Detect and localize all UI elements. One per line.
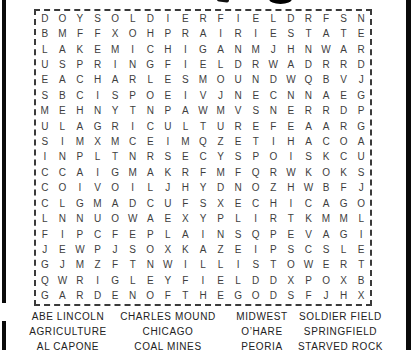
grid-cell-7-9[interactable]: A [177,104,195,119]
grid-cell-12-8[interactable]: J [159,181,177,196]
grid-cell-5-12[interactable]: U [229,73,247,88]
grid-cell-9-14[interactable]: I [265,134,283,149]
grid-cell-18-10[interactable]: I [194,273,212,288]
grid-cell-12-4[interactable]: V [89,181,107,196]
grid-cell-10-2[interactable]: N [54,150,72,165]
grid-cell-8-11[interactable]: U [212,119,230,134]
grid-cell-7-4[interactable]: N [89,104,107,119]
grid-cell-19-9[interactable]: T [177,289,195,304]
grid-cell-19-17[interactable]: J [317,289,335,304]
grid-cell-12-15[interactable]: H [282,181,300,196]
grid-cell-16-3[interactable]: W [71,242,89,257]
grid-cell-8-5[interactable]: R [106,119,124,134]
grid-cell-15-3[interactable]: P [71,227,89,242]
grid-cell-2-11[interactable]: I [212,26,230,41]
grid-cell-15-1[interactable]: F [36,227,54,242]
grid-cell-15-12[interactable]: S [229,227,247,242]
grid-cell-15-6[interactable]: E [124,227,142,242]
grid-cell-6-19[interactable]: G [352,88,370,103]
grid-cell-12-12[interactable]: N [229,181,247,196]
grid-cell-6-4[interactable]: I [89,88,107,103]
grid-cell-4-3[interactable]: P [71,57,89,72]
grid-cell-13-13[interactable]: C [247,196,265,211]
grid-cell-3-3[interactable]: K [71,42,89,57]
grid-cell-2-13[interactable]: I [247,26,265,41]
grid-cell-1-12[interactable]: I [229,11,247,26]
grid-cell-6-17[interactable]: A [317,88,335,103]
grid-cell-11-5[interactable]: G [106,165,124,180]
grid-cell-2-7[interactable]: H [141,26,159,41]
grid-cell-1-16[interactable]: R [300,11,318,26]
grid-cell-6-14[interactable]: C [265,88,283,103]
grid-cell-3-8[interactable]: H [159,42,177,57]
grid-cell-5-14[interactable]: D [265,73,283,88]
grid-cell-7-11[interactable]: M [212,104,230,119]
grid-cell-19-10[interactable]: H [194,289,212,304]
grid-cell-5-6[interactable]: R [124,73,142,88]
grid-cell-11-4[interactable]: I [89,165,107,180]
grid-cell-3-6[interactable]: I [124,42,142,57]
grid-cell-7-18[interactable]: D [335,104,353,119]
grid-cell-10-18[interactable]: C [335,150,353,165]
grid-cell-8-10[interactable]: T [194,119,212,134]
grid-cell-9-16[interactable]: A [300,134,318,149]
grid-cell-3-18[interactable]: A [335,42,353,57]
grid-cell-9-4[interactable]: X [89,134,107,149]
grid-cell-1-11[interactable]: F [212,11,230,26]
grid-cell-4-17[interactable]: R [317,57,335,72]
grid-cell-18-18[interactable]: X [335,273,353,288]
grid-cell-10-17[interactable]: K [317,150,335,165]
grid-cell-16-2[interactable]: E [54,242,72,257]
grid-cell-1-10[interactable]: R [194,11,212,26]
grid-cell-3-5[interactable]: M [106,42,124,57]
grid-cell-5-18[interactable]: V [335,73,353,88]
grid-cell-13-12[interactable]: E [229,196,247,211]
grid-cell-14-13[interactable]: I [247,211,265,226]
grid-cell-17-11[interactable]: L [212,258,230,273]
grid-cell-17-1[interactable]: G [36,258,54,273]
grid-cell-1-4[interactable]: S [89,11,107,26]
grid-cell-12-6[interactable]: I [124,181,142,196]
grid-cell-7-12[interactable]: V [229,104,247,119]
grid-cell-11-10[interactable]: F [194,165,212,180]
grid-cell-14-14[interactable]: R [265,211,283,226]
grid-cell-11-12[interactable]: F [229,165,247,180]
grid-cell-2-17[interactable]: A [317,26,335,41]
grid-cell-3-9[interactable]: I [177,42,195,57]
grid-cell-15-9[interactable]: A [177,227,195,242]
grid-cell-17-6[interactable]: T [124,258,142,273]
grid-cell-12-5[interactable]: O [106,181,124,196]
grid-cell-8-3[interactable]: A [71,119,89,134]
grid-cell-8-4[interactable]: G [89,119,107,134]
grid-cell-1-18[interactable]: S [335,11,353,26]
grid-cell-14-16[interactable]: K [300,211,318,226]
grid-cell-15-4[interactable]: C [89,227,107,242]
grid-cell-18-17[interactable]: O [317,273,335,288]
grid-cell-10-11[interactable]: Y [212,150,230,165]
grid-cell-4-11[interactable]: L [212,57,230,72]
grid-cell-13-4[interactable]: M [89,196,107,211]
grid-cell-18-7[interactable]: E [141,273,159,288]
grid-cell-6-10[interactable]: V [194,88,212,103]
grid-cell-13-18[interactable]: G [335,196,353,211]
grid-cell-2-14[interactable]: E [265,26,283,41]
grid-cell-16-8[interactable]: X [159,242,177,257]
grid-cell-4-1[interactable]: U [36,57,54,72]
grid-cell-6-5[interactable]: S [106,88,124,103]
grid-cell-9-10[interactable]: Q [194,134,212,149]
grid-cell-5-15[interactable]: W [282,73,300,88]
grid-cell-19-18[interactable]: H [335,289,353,304]
grid-cell-2-5[interactable]: X [106,26,124,41]
grid-cell-14-9[interactable]: X [177,211,195,226]
grid-cell-5-8[interactable]: E [159,73,177,88]
grid-cell-8-16[interactable]: A [300,119,318,134]
grid-cell-8-2[interactable]: L [54,119,72,134]
grid-cell-19-6[interactable]: N [124,289,142,304]
grid-cell-11-1[interactable]: C [36,165,54,180]
grid-cell-12-2[interactable]: O [54,181,72,196]
grid-cell-15-2[interactable]: I [54,227,72,242]
grid-cell-12-16[interactable]: W [300,181,318,196]
grid-cell-2-1[interactable]: B [36,26,54,41]
grid-cell-15-7[interactable]: P [141,227,159,242]
grid-cell-3-14[interactable]: J [265,42,283,57]
grid-cell-16-19[interactable]: E [352,242,370,257]
grid-cell-16-16[interactable]: C [300,242,318,257]
grid-cell-17-13[interactable]: S [247,258,265,273]
grid-cell-10-8[interactable]: S [159,150,177,165]
grid-cell-8-6[interactable]: I [124,119,142,134]
grid-cell-13-10[interactable]: S [194,196,212,211]
grid-cell-9-11[interactable]: Z [212,134,230,149]
grid-cell-8-17[interactable]: A [317,119,335,134]
grid-cell-7-7[interactable]: N [141,104,159,119]
grid-cell-17-12[interactable]: I [229,258,247,273]
grid-cell-3-7[interactable]: C [141,42,159,57]
grid-cell-8-1[interactable]: U [36,119,54,134]
grid-cell-8-9[interactable]: L [177,119,195,134]
grid-cell-11-14[interactable]: R [265,165,283,180]
grid-cell-4-5[interactable]: I [106,57,124,72]
grid-cell-7-3[interactable]: H [71,104,89,119]
grid-cell-1-14[interactable]: L [265,11,283,26]
grid-cell-11-19[interactable]: S [352,165,370,180]
grid-cell-4-9[interactable]: I [177,57,195,72]
grid-cell-14-11[interactable]: P [212,211,230,226]
grid-cell-16-13[interactable]: I [247,242,265,257]
grid-cell-19-16[interactable]: F [300,289,318,304]
grid-cell-5-17[interactable]: B [317,73,335,88]
grid-cell-15-15[interactable]: E [282,227,300,242]
grid-cell-16-17[interactable]: S [317,242,335,257]
grid-cell-14-15[interactable]: T [282,211,300,226]
grid-cell-3-19[interactable]: R [352,42,370,57]
grid-cell-9-9[interactable]: M [177,134,195,149]
grid-cell-6-9[interactable]: I [177,88,195,103]
grid-cell-10-14[interactable]: O [265,150,283,165]
grid-cell-19-5[interactable]: E [106,289,124,304]
grid-cell-7-13[interactable]: S [247,104,265,119]
grid-cell-18-6[interactable]: L [124,273,142,288]
grid-cell-2-16[interactable]: T [300,26,318,41]
grid-cell-12-9[interactable]: H [177,181,195,196]
grid-cell-14-2[interactable]: N [54,211,72,226]
grid-cell-11-6[interactable]: M [124,165,142,180]
grid-cell-3-13[interactable]: M [247,42,265,57]
grid-cell-16-7[interactable]: O [141,242,159,257]
grid-cell-8-19[interactable]: G [352,119,370,134]
grid-cell-8-12[interactable]: R [229,119,247,134]
grid-cell-12-11[interactable]: D [212,181,230,196]
grid-cell-4-8[interactable]: F [159,57,177,72]
grid-cell-14-8[interactable]: E [159,211,177,226]
grid-cell-11-9[interactable]: R [177,165,195,180]
grid-cell-4-2[interactable]: S [54,57,72,72]
grid-cell-5-7[interactable]: L [141,73,159,88]
grid-cell-19-14[interactable]: D [265,289,283,304]
grid-cell-7-17[interactable]: R [317,104,335,119]
grid-cell-18-11[interactable]: E [212,273,230,288]
grid-cell-16-10[interactable]: A [194,242,212,257]
grid-cell-6-8[interactable]: E [159,88,177,103]
grid-cell-8-15[interactable]: E [282,119,300,134]
grid-cell-13-16[interactable]: C [300,196,318,211]
grid-cell-10-5[interactable]: T [106,150,124,165]
grid-cell-7-5[interactable]: Y [106,104,124,119]
grid-cell-12-13[interactable]: O [247,181,265,196]
grid-cell-9-18[interactable]: O [335,134,353,149]
grid-cell-17-10[interactable]: L [194,258,212,273]
grid-cell-11-15[interactable]: W [282,165,300,180]
grid-cell-8-18[interactable]: R [335,119,353,134]
grid-cell-4-6[interactable]: N [124,57,142,72]
grid-cell-1-6[interactable]: L [124,11,142,26]
grid-cell-1-5[interactable]: O [106,11,124,26]
grid-cell-10-19[interactable]: U [352,150,370,165]
grid-cell-17-7[interactable]: N [141,258,159,273]
grid-cell-5-19[interactable]: J [352,73,370,88]
grid-cell-7-10[interactable]: W [194,104,212,119]
grid-cell-10-13[interactable]: P [247,150,265,165]
grid-cell-6-15[interactable]: N [282,88,300,103]
grid-cell-15-14[interactable]: P [265,227,283,242]
grid-cell-18-12[interactable]: L [229,273,247,288]
grid-cell-15-16[interactable]: V [300,227,318,242]
grid-cell-3-17[interactable]: W [317,42,335,57]
grid-cell-4-15[interactable]: A [282,57,300,72]
grid-cell-4-12[interactable]: D [229,57,247,72]
grid-cell-17-16[interactable]: W [300,258,318,273]
grid-cell-13-17[interactable]: A [317,196,335,211]
grid-cell-15-8[interactable]: L [159,227,177,242]
grid-cell-9-5[interactable]: M [106,134,124,149]
grid-cell-16-14[interactable]: P [265,242,283,257]
grid-cell-9-2[interactable]: I [54,134,72,149]
grid-cell-2-18[interactable]: T [335,26,353,41]
grid-cell-16-12[interactable]: E [229,242,247,257]
grid-cell-18-19[interactable]: B [352,273,370,288]
grid-cell-15-5[interactable]: F [106,227,124,242]
grid-cell-4-14[interactable]: W [265,57,283,72]
grid-cell-19-2[interactable]: A [54,289,72,304]
grid-cell-6-16[interactable]: N [300,88,318,103]
grid-cell-5-1[interactable]: E [36,73,54,88]
grid-cell-5-11[interactable]: O [212,73,230,88]
grid-cell-3-12[interactable]: N [229,42,247,57]
grid-cell-13-3[interactable]: G [71,196,89,211]
grid-cell-7-6[interactable]: T [124,104,142,119]
grid-cell-4-19[interactable]: D [352,57,370,72]
grid-cell-3-16[interactable]: N [300,42,318,57]
grid-cell-5-16[interactable]: Q [300,73,318,88]
grid-cell-13-7[interactable]: C [141,196,159,211]
grid-cell-19-8[interactable]: F [159,289,177,304]
grid-cell-17-5[interactable]: F [106,258,124,273]
grid-cell-9-7[interactable]: E [141,134,159,149]
grid-cell-8-8[interactable]: U [159,119,177,134]
grid-cell-9-17[interactable]: C [317,134,335,149]
grid-cell-14-4[interactable]: U [89,211,107,226]
grid-cell-5-10[interactable]: M [194,73,212,88]
grid-cell-9-13[interactable]: T [247,134,265,149]
grid-cell-2-4[interactable]: F [89,26,107,41]
grid-cell-19-11[interactable]: E [212,289,230,304]
grid-cell-12-1[interactable]: C [36,181,54,196]
grid-cell-9-15[interactable]: H [282,134,300,149]
grid-cell-2-15[interactable]: S [282,26,300,41]
grid-cell-10-16[interactable]: S [300,150,318,165]
grid-cell-1-13[interactable]: E [247,11,265,26]
grid-cell-4-4[interactable]: R [89,57,107,72]
grid-cell-14-17[interactable]: M [317,211,335,226]
grid-cell-14-12[interactable]: L [229,211,247,226]
grid-cell-19-1[interactable]: G [36,289,54,304]
grid-cell-6-11[interactable]: J [212,88,230,103]
grid-cell-9-8[interactable]: I [159,134,177,149]
grid-cell-1-9[interactable]: E [177,11,195,26]
grid-cell-4-16[interactable]: D [300,57,318,72]
grid-cell-18-5[interactable]: G [106,273,124,288]
grid-cell-11-8[interactable]: K [159,165,177,180]
grid-cell-13-14[interactable]: H [265,196,283,211]
grid-cell-6-2[interactable]: B [54,88,72,103]
grid-cell-8-14[interactable]: F [265,119,283,134]
grid-cell-6-7[interactable]: O [141,88,159,103]
grid-cell-17-18[interactable]: R [335,258,353,273]
grid-cell-17-4[interactable]: Z [89,258,107,273]
grid-cell-15-19[interactable]: I [352,227,370,242]
grid-cell-9-19[interactable]: A [352,134,370,149]
grid-cell-18-9[interactable]: F [177,273,195,288]
grid-cell-19-12[interactable]: G [229,289,247,304]
grid-cell-10-10[interactable]: C [194,150,212,165]
grid-cell-17-8[interactable]: W [159,258,177,273]
grid-cell-18-4[interactable]: I [89,273,107,288]
grid-cell-18-14[interactable]: D [265,273,283,288]
grid-cell-6-18[interactable]: E [335,88,353,103]
grid-cell-19-15[interactable]: S [282,289,300,304]
grid-cell-19-13[interactable]: O [247,289,265,304]
grid-cell-10-9[interactable]: E [177,150,195,165]
grid-cell-16-1[interactable]: J [36,242,54,257]
grid-cell-7-19[interactable]: P [352,104,370,119]
grid-cell-4-13[interactable]: R [247,57,265,72]
grid-cell-2-2[interactable]: M [54,26,72,41]
grid-cell-18-16[interactable]: P [300,273,318,288]
grid-cell-1-2[interactable]: O [54,11,72,26]
grid-cell-11-2[interactable]: C [54,165,72,180]
grid-cell-5-3[interactable]: C [71,73,89,88]
grid-cell-16-11[interactable]: Z [212,242,230,257]
grid-cell-5-9[interactable]: S [177,73,195,88]
grid-cell-3-1[interactable]: L [36,42,54,57]
grid-cell-14-6[interactable]: W [124,211,142,226]
grid-cell-2-3[interactable]: F [71,26,89,41]
grid-cell-18-15[interactable]: X [282,273,300,288]
grid-cell-5-13[interactable]: N [247,73,265,88]
grid-cell-14-19[interactable]: L [352,211,370,226]
grid-cell-14-18[interactable]: M [335,211,353,226]
grid-cell-6-6[interactable]: P [124,88,142,103]
grid-cell-14-3[interactable]: N [71,211,89,226]
grid-cell-3-4[interactable]: E [89,42,107,57]
grid-cell-9-3[interactable]: M [71,134,89,149]
grid-cell-7-8[interactable]: P [159,104,177,119]
grid-cell-3-2[interactable]: A [54,42,72,57]
grid-cell-2-10[interactable]: A [194,26,212,41]
grid-cell-18-13[interactable]: D [247,273,265,288]
grid-cell-7-14[interactable]: N [265,104,283,119]
grid-cell-13-19[interactable]: O [352,196,370,211]
grid-cell-15-11[interactable]: N [212,227,230,242]
grid-cell-10-12[interactable]: S [229,150,247,165]
grid-cell-11-18[interactable]: K [335,165,353,180]
grid-cell-11-7[interactable]: A [141,165,159,180]
grid-cell-6-3[interactable]: C [71,88,89,103]
grid-cell-1-15[interactable]: D [282,11,300,26]
grid-cell-15-13[interactable]: Q [247,227,265,242]
grid-cell-4-7[interactable]: G [141,57,159,72]
grid-cell-2-12[interactable]: R [229,26,247,41]
grid-cell-18-2[interactable]: W [54,273,72,288]
grid-cell-17-3[interactable]: M [71,258,89,273]
grid-cell-7-16[interactable]: R [300,104,318,119]
grid-cell-14-10[interactable]: Y [194,211,212,226]
grid-cell-12-14[interactable]: Z [265,181,283,196]
grid-cell-15-17[interactable]: A [317,227,335,242]
grid-cell-3-15[interactable]: H [282,42,300,57]
grid-cell-3-11[interactable]: A [212,42,230,57]
grid-cell-19-7[interactable]: O [141,289,159,304]
grid-cell-17-2[interactable]: J [54,258,72,273]
grid-cell-12-18[interactable]: F [335,181,353,196]
grid-cell-12-17[interactable]: B [317,181,335,196]
grid-cell-8-7[interactable]: C [141,119,159,134]
grid-cell-15-18[interactable]: G [335,227,353,242]
grid-cell-9-6[interactable]: C [124,134,142,149]
grid-cell-16-9[interactable]: K [177,242,195,257]
grid-cell-1-3[interactable]: Y [71,11,89,26]
grid-cell-16-6[interactable]: S [124,242,142,257]
grid-cell-6-13[interactable]: E [247,88,265,103]
grid-cell-17-17[interactable]: E [317,258,335,273]
grid-cell-14-5[interactable]: O [106,211,124,226]
grid-cell-1-8[interactable]: I [159,11,177,26]
grid-cell-19-4[interactable]: D [89,289,107,304]
